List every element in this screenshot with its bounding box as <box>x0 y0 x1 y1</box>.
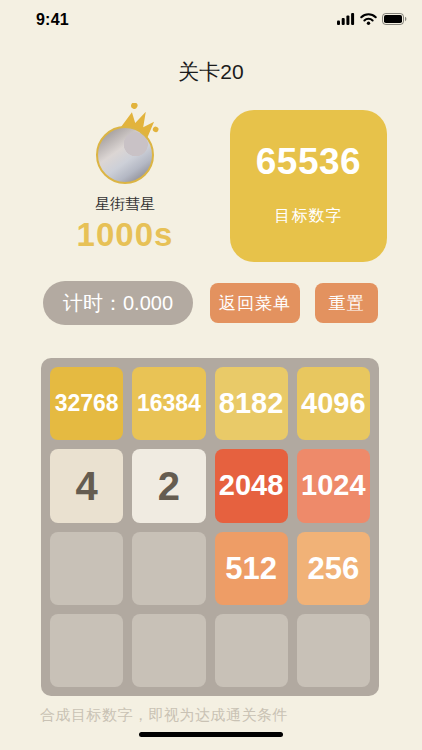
countdown-limit: 1000s <box>55 216 195 254</box>
wifi-icon <box>360 13 377 25</box>
app-screen: 9:41 关卡20 <box>0 0 422 750</box>
tile-256: 256 <box>297 532 370 605</box>
cellular-icon <box>337 13 355 25</box>
back-to-menu-button[interactable]: 返回菜单 <box>210 283 300 323</box>
tile-16384: 16384 <box>132 367 205 440</box>
empty-cell <box>132 532 205 605</box>
tile-8182: 8182 <box>215 367 288 440</box>
win-condition-hint: 合成目标数字，即视为达成通关条件 <box>40 706 288 725</box>
empty-cell <box>297 614 370 687</box>
player-name: 星街彗星 <box>55 195 195 214</box>
home-indicator[interactable] <box>139 732 283 737</box>
target-label: 目标数字 <box>275 206 343 227</box>
timer-value: 0.000 <box>123 292 173 315</box>
tile-2048: 2048 <box>215 449 288 522</box>
status-time: 9:41 <box>36 11 69 29</box>
avatar-wrap <box>96 126 154 184</box>
player-profile: 星街彗星 1000s <box>55 126 195 254</box>
timer-label: 计时： <box>63 290 123 317</box>
board-grid[interactable]: 3276816384818240964220481024512256 <box>41 358 379 696</box>
target-number: 65536 <box>256 141 361 183</box>
tile-32768: 32768 <box>50 367 123 440</box>
timer-display: 计时：0.000 <box>43 281 193 325</box>
tile-1024: 1024 <box>297 449 370 522</box>
empty-cell <box>50 614 123 687</box>
tile-4096: 4096 <box>297 367 370 440</box>
tile-4: 4 <box>50 449 123 522</box>
battery-icon <box>382 13 408 25</box>
target-card: 65536 目标数字 <box>230 110 387 262</box>
tile-512: 512 <box>215 532 288 605</box>
empty-cell <box>50 532 123 605</box>
tile-2: 2 <box>132 449 205 522</box>
reset-button[interactable]: 重置 <box>315 283 378 323</box>
page-title: 关卡20 <box>0 58 422 86</box>
empty-cell <box>132 614 205 687</box>
empty-cell <box>215 614 288 687</box>
avatar <box>96 126 154 184</box>
status-icons <box>337 13 408 25</box>
